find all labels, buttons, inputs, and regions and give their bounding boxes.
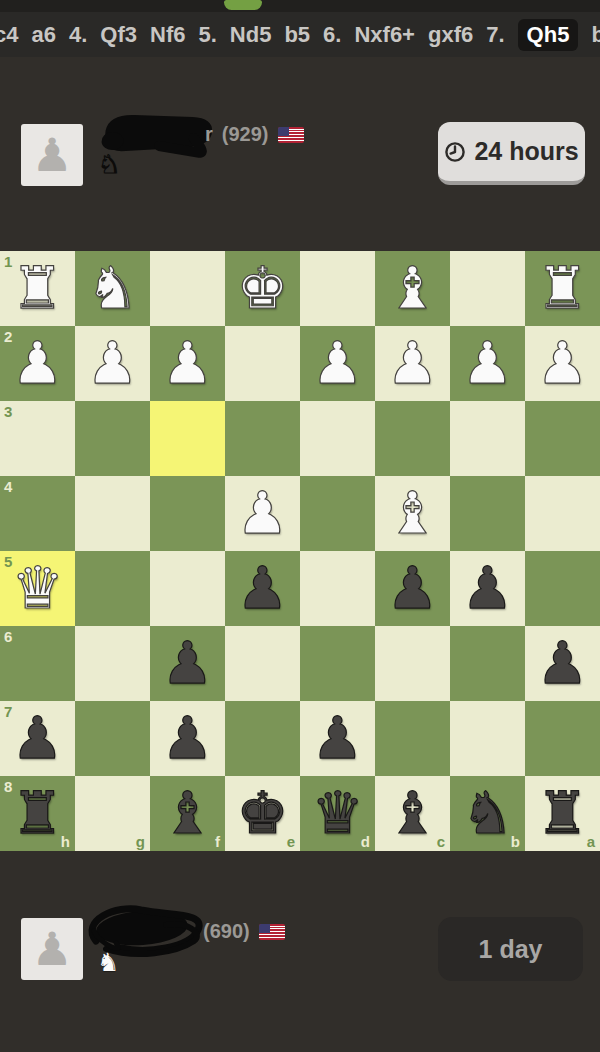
piece-bP-h7: ♟ xyxy=(0,701,75,776)
square-e1[interactable]: ♚ xyxy=(225,251,300,326)
captured-knight-icon: ♞ xyxy=(97,950,119,975)
chess-board: 1♜♞♚♝♜2♟♟♟♟♟♟♟34♟♝5♛♟♟♟6♟♟7♟♟♟8h♜gf♝e♚d♛… xyxy=(0,251,600,851)
square-e7[interactable] xyxy=(225,701,300,776)
move-token-Nf6[interactable]: Nf6 xyxy=(150,22,185,48)
status-bar xyxy=(0,0,600,12)
move-token-gxf6[interactable]: gxf6 xyxy=(428,22,473,48)
move-token-7[interactable]: 7. xyxy=(486,22,504,48)
piece-wR-a1: ♜ xyxy=(525,251,600,326)
top-player-avatar[interactable]: ♟ xyxy=(21,124,83,186)
square-h4[interactable]: 4 xyxy=(0,476,75,551)
move-token-6[interactable]: 6. xyxy=(323,22,341,48)
move-token-b5[interactable]: b5 xyxy=(284,22,310,48)
piece-wB-c4: ♝ xyxy=(375,476,450,551)
square-d2[interactable]: ♟ xyxy=(300,326,375,401)
piece-wP-f2: ♟ xyxy=(150,326,225,401)
square-g3[interactable] xyxy=(75,401,150,476)
bottom-player-time-label: 1 day xyxy=(479,935,543,964)
square-a8[interactable]: a♜ xyxy=(525,776,600,851)
bottom-player-info[interactable]: (690) xyxy=(203,920,285,943)
square-h7[interactable]: 7♟ xyxy=(0,701,75,776)
piece-wP-h2: ♟ xyxy=(0,326,75,401)
square-e5[interactable]: ♟ xyxy=(225,551,300,626)
bottom-player-time-chip: 1 day xyxy=(438,917,583,981)
top-player-name-remnant: r xyxy=(205,123,213,146)
piece-wP-d2: ♟ xyxy=(300,326,375,401)
square-f7[interactable]: ♟ xyxy=(150,701,225,776)
square-c1[interactable]: ♝ xyxy=(375,251,450,326)
piece-wP-c2: ♟ xyxy=(375,326,450,401)
square-f6[interactable]: ♟ xyxy=(150,626,225,701)
move-list-bar: c4a64.Qf3Nf65.Nd5b56.Nxf6+gxf67.Qh5bxc4 xyxy=(0,12,600,57)
piece-bN-b8: ♞ xyxy=(450,776,525,851)
square-c6[interactable] xyxy=(375,626,450,701)
piece-bP-d7: ♟ xyxy=(300,701,375,776)
piece-wB-c1: ♝ xyxy=(375,251,450,326)
square-g2[interactable]: ♟ xyxy=(75,326,150,401)
square-g7[interactable] xyxy=(75,701,150,776)
square-h6[interactable]: 6 xyxy=(0,626,75,701)
square-f4[interactable] xyxy=(150,476,225,551)
app-screen: c4a64.Qf3Nf65.Nd5b56.Nxf6+gxf67.Qh5bxc4 … xyxy=(0,0,600,1052)
square-g6[interactable] xyxy=(75,626,150,701)
move-token-Nxf6+[interactable]: Nxf6+ xyxy=(354,22,415,48)
square-d5[interactable] xyxy=(300,551,375,626)
square-b4[interactable] xyxy=(450,476,525,551)
square-h3[interactable]: 3 xyxy=(0,401,75,476)
move-token-c4[interactable]: c4 xyxy=(0,22,18,48)
square-d8[interactable]: d♛ xyxy=(300,776,375,851)
square-h5[interactable]: 5♛ xyxy=(0,551,75,626)
rank-label-4: 4 xyxy=(4,478,12,495)
move-token-bxc4[interactable]: bxc4 xyxy=(591,22,600,48)
square-a1[interactable]: ♜ xyxy=(525,251,600,326)
rank-label-6: 6 xyxy=(4,628,12,645)
piece-wP-g2: ♟ xyxy=(75,326,150,401)
piece-bP-f7: ♟ xyxy=(150,701,225,776)
us-flag-icon xyxy=(278,127,304,143)
piece-wP-e4: ♟ xyxy=(225,476,300,551)
square-h1[interactable]: 1♜ xyxy=(0,251,75,326)
square-d4[interactable] xyxy=(300,476,375,551)
top-player-info[interactable]: r (929) xyxy=(205,123,304,146)
square-d3[interactable] xyxy=(300,401,375,476)
square-a5[interactable] xyxy=(525,551,600,626)
file-label-g: g xyxy=(136,833,145,850)
square-a4[interactable] xyxy=(525,476,600,551)
rank-label-3: 3 xyxy=(4,403,12,420)
move-token-Qf3[interactable]: Qf3 xyxy=(100,22,137,48)
square-f3[interactable] xyxy=(150,401,225,476)
square-c7[interactable] xyxy=(375,701,450,776)
square-h2[interactable]: 2♟ xyxy=(0,326,75,401)
clock-icon xyxy=(444,141,466,163)
square-g4[interactable] xyxy=(75,476,150,551)
move-token-Nd5[interactable]: Nd5 xyxy=(230,22,272,48)
piece-bP-f6: ♟ xyxy=(150,626,225,701)
square-d7[interactable]: ♟ xyxy=(300,701,375,776)
square-c5[interactable]: ♟ xyxy=(375,551,450,626)
square-a6[interactable]: ♟ xyxy=(525,626,600,701)
square-b5[interactable]: ♟ xyxy=(450,551,525,626)
piece-wP-a2: ♟ xyxy=(525,326,600,401)
square-c4[interactable]: ♝ xyxy=(375,476,450,551)
piece-wP-b2: ♟ xyxy=(450,326,525,401)
piece-bK-e8: ♚ xyxy=(225,776,300,851)
piece-wQ-h5: ♛ xyxy=(0,551,75,626)
bottom-player-avatar[interactable]: ♟ xyxy=(21,918,83,980)
piece-bP-a6: ♟ xyxy=(525,626,600,701)
square-f2[interactable]: ♟ xyxy=(150,326,225,401)
piece-bR-h8: ♜ xyxy=(0,776,75,851)
piece-wR-h1: ♜ xyxy=(0,251,75,326)
top-player-rating: (929) xyxy=(222,123,269,146)
piece-bP-e5: ♟ xyxy=(225,551,300,626)
move-token-a6[interactable]: a6 xyxy=(31,22,55,48)
move-token-4[interactable]: 4. xyxy=(69,22,87,48)
square-e2[interactable] xyxy=(225,326,300,401)
square-b6[interactable] xyxy=(450,626,525,701)
move-token-5[interactable]: 5. xyxy=(198,22,216,48)
square-b8[interactable]: b♞ xyxy=(450,776,525,851)
avatar-pawn-icon: ♟ xyxy=(31,918,72,980)
captured-knight-icon: ♞ xyxy=(98,152,120,177)
square-d1[interactable] xyxy=(300,251,375,326)
square-g8[interactable]: g xyxy=(75,776,150,851)
square-c3[interactable] xyxy=(375,401,450,476)
piece-wK-e1: ♚ xyxy=(225,251,300,326)
piece-wN-g1: ♞ xyxy=(75,251,150,326)
piece-bQ-d8: ♛ xyxy=(300,776,375,851)
square-g1[interactable]: ♞ xyxy=(75,251,150,326)
square-a3[interactable] xyxy=(525,401,600,476)
square-c8[interactable]: c♝ xyxy=(375,776,450,851)
square-b3[interactable] xyxy=(450,401,525,476)
square-e4[interactable]: ♟ xyxy=(225,476,300,551)
piece-bR-a8: ♜ xyxy=(525,776,600,851)
square-h8[interactable]: 8h♜ xyxy=(0,776,75,851)
square-e3[interactable] xyxy=(225,401,300,476)
app-logo-fragment xyxy=(224,0,262,10)
avatar-pawn-icon: ♟ xyxy=(31,124,72,186)
square-a7[interactable] xyxy=(525,701,600,776)
us-flag-icon xyxy=(259,924,285,940)
square-f8[interactable]: f♝ xyxy=(150,776,225,851)
square-b7[interactable] xyxy=(450,701,525,776)
piece-bP-b5: ♟ xyxy=(450,551,525,626)
square-g5[interactable] xyxy=(75,551,150,626)
piece-bP-c5: ♟ xyxy=(375,551,450,626)
piece-bB-c8: ♝ xyxy=(375,776,450,851)
top-player-time-button[interactable]: 24 hours xyxy=(438,122,585,185)
square-e8[interactable]: e♚ xyxy=(225,776,300,851)
piece-bB-f8: ♝ xyxy=(150,776,225,851)
top-player-time-label: 24 hours xyxy=(474,137,578,166)
square-b2[interactable]: ♟ xyxy=(450,326,525,401)
square-f1[interactable] xyxy=(150,251,225,326)
square-c2[interactable]: ♟ xyxy=(375,326,450,401)
square-f5[interactable] xyxy=(150,551,225,626)
square-a2[interactable]: ♟ xyxy=(525,326,600,401)
square-d6[interactable] xyxy=(300,626,375,701)
move-token-Qh5[interactable]: Qh5 xyxy=(518,19,579,51)
bottom-player-rating: (690) xyxy=(203,920,250,943)
square-b1[interactable] xyxy=(450,251,525,326)
square-e6[interactable] xyxy=(225,626,300,701)
